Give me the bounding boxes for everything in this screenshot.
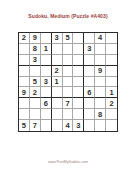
cell-r8c8[interactable]: 8: [95, 109, 106, 120]
cell-r8c6[interactable]: [73, 109, 84, 120]
cell-r4c5[interactable]: [63, 66, 74, 77]
footer-url: www.PrintMySudoku.com: [0, 160, 136, 164]
cell-r4c8[interactable]: 9: [95, 66, 106, 77]
cell-r3c3[interactable]: [41, 55, 52, 66]
cell-r8c5[interactable]: [63, 109, 74, 120]
cell-r2c5[interactable]: [63, 44, 74, 55]
cell-r7c1[interactable]: [19, 98, 30, 109]
cell-r2c3[interactable]: 1: [41, 44, 52, 55]
cell-r1c5[interactable]: 5: [63, 33, 74, 44]
cell-r4c6[interactable]: [73, 66, 84, 77]
cell-r1c6[interactable]: [73, 33, 84, 44]
cell-r8c3[interactable]: [41, 109, 52, 120]
cell-r4c3[interactable]: [41, 66, 52, 77]
cell-r6c8[interactable]: [95, 87, 106, 98]
cell-r9c9[interactable]: [106, 120, 117, 131]
cell-r2c1[interactable]: [19, 44, 30, 55]
cell-r3c6[interactable]: [73, 55, 84, 66]
cell-r5c1[interactable]: [19, 77, 30, 88]
cell-r2c8[interactable]: [95, 44, 106, 55]
cell-r6c9[interactable]: 1: [106, 87, 117, 98]
cell-r3c7[interactable]: [84, 55, 95, 66]
cell-r9c6[interactable]: 3: [73, 120, 84, 131]
cell-r4c9[interactable]: [106, 66, 117, 77]
cell-r8c9[interactable]: [106, 109, 117, 120]
cell-r8c1[interactable]: [19, 109, 30, 120]
cell-r4c2[interactable]: [30, 66, 41, 77]
cell-r9c8[interactable]: [95, 120, 106, 131]
cell-r6c7[interactable]: 6: [84, 87, 95, 98]
cell-r6c4[interactable]: [52, 87, 63, 98]
cell-r4c7[interactable]: [84, 66, 95, 77]
sudoku-board: 29354813329531926167285743: [18, 32, 118, 132]
cell-r2c6[interactable]: [73, 44, 84, 55]
cell-r8c7[interactable]: [84, 109, 95, 120]
cell-r7c4[interactable]: [52, 98, 63, 109]
cell-r9c1[interactable]: 5: [19, 120, 30, 131]
cell-r5c5[interactable]: [63, 77, 74, 88]
cell-r9c4[interactable]: [52, 120, 63, 131]
cell-r1c3[interactable]: [41, 33, 52, 44]
cell-r1c9[interactable]: [106, 33, 117, 44]
cell-r7c5[interactable]: 7: [63, 98, 74, 109]
cell-r1c8[interactable]: 4: [95, 33, 106, 44]
cell-r6c6[interactable]: [73, 87, 84, 98]
cell-r4c1[interactable]: [19, 66, 30, 77]
cell-r6c3[interactable]: [41, 87, 52, 98]
cell-r3c1[interactable]: [19, 55, 30, 66]
cell-r6c2[interactable]: 2: [30, 87, 41, 98]
cell-r5c9[interactable]: [106, 77, 117, 88]
cell-r7c6[interactable]: [73, 98, 84, 109]
sudoku-sheet: Sudoku, Medium (Puzzle #A403) 2935481332…: [0, 0, 136, 176]
cell-r2c9[interactable]: [106, 44, 117, 55]
cell-r5c6[interactable]: [73, 77, 84, 88]
cell-r9c5[interactable]: 4: [63, 120, 74, 131]
cell-r3c4[interactable]: [52, 55, 63, 66]
cell-r2c2[interactable]: 8: [30, 44, 41, 55]
cell-r3c2[interactable]: 3: [30, 55, 41, 66]
cell-r1c2[interactable]: 9: [30, 33, 41, 44]
cell-r7c7[interactable]: [84, 98, 95, 109]
cell-r5c3[interactable]: 3: [41, 77, 52, 88]
cell-r9c7[interactable]: [84, 120, 95, 131]
cell-r6c1[interactable]: 9: [19, 87, 30, 98]
cell-r9c3[interactable]: [41, 120, 52, 131]
cell-r5c4[interactable]: 1: [52, 77, 63, 88]
cell-r5c2[interactable]: 5: [30, 77, 41, 88]
cell-r4c4[interactable]: 2: [52, 66, 63, 77]
cell-r3c9[interactable]: [106, 55, 117, 66]
cell-r1c1[interactable]: 2: [19, 33, 30, 44]
cell-r2c4[interactable]: [52, 44, 63, 55]
cell-r1c4[interactable]: 3: [52, 33, 63, 44]
cell-r8c4[interactable]: [52, 109, 63, 120]
cell-r5c8[interactable]: [95, 77, 106, 88]
cell-r9c2[interactable]: 7: [30, 120, 41, 131]
cell-r1c7[interactable]: [84, 33, 95, 44]
cell-r6c5[interactable]: [63, 87, 74, 98]
page-title: Sudoku, Medium (Puzzle #A403): [0, 13, 136, 19]
cell-r8c2[interactable]: [30, 109, 41, 120]
cell-r2c7[interactable]: 3: [84, 44, 95, 55]
cell-r7c3[interactable]: 6: [41, 98, 52, 109]
cell-r3c8[interactable]: [95, 55, 106, 66]
cell-r3c5[interactable]: [63, 55, 74, 66]
cell-r7c9[interactable]: 2: [106, 98, 117, 109]
cell-r7c2[interactable]: [30, 98, 41, 109]
cell-r7c8[interactable]: [95, 98, 106, 109]
cell-r5c7[interactable]: [84, 77, 95, 88]
